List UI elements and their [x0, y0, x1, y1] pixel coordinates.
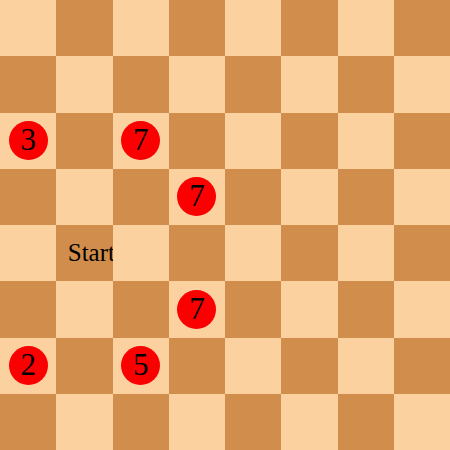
square-f2 — [281, 338, 337, 394]
square-h6 — [394, 113, 450, 169]
square-b3 — [56, 281, 112, 337]
square-f3 — [281, 281, 337, 337]
square-f6 — [281, 113, 337, 169]
square-g3 — [338, 281, 394, 337]
square-d4 — [169, 225, 225, 281]
square-g8 — [338, 0, 394, 56]
square-h1 — [394, 394, 450, 450]
square-a3 — [0, 281, 56, 337]
square-h5 — [394, 169, 450, 225]
square-a1 — [0, 394, 56, 450]
square-g5 — [338, 169, 394, 225]
square-c4 — [113, 225, 169, 281]
square-g1 — [338, 394, 394, 450]
square-b8 — [56, 0, 112, 56]
square-a7 — [0, 56, 56, 112]
disc-marker-7[interactable]: 7 — [177, 290, 216, 329]
square-c5 — [113, 169, 169, 225]
square-b7 — [56, 56, 112, 112]
disc-marker-7[interactable]: 7 — [121, 121, 160, 160]
square-b1 — [56, 394, 112, 450]
square-a2: 2 — [0, 338, 56, 394]
square-e4 — [225, 225, 281, 281]
square-c3 — [113, 281, 169, 337]
start-label: Start — [68, 239, 115, 267]
square-b5 — [56, 169, 112, 225]
square-e8 — [225, 0, 281, 56]
square-b4: Start — [56, 225, 112, 281]
square-e6 — [225, 113, 281, 169]
square-e5 — [225, 169, 281, 225]
square-f4 — [281, 225, 337, 281]
square-e2 — [225, 338, 281, 394]
square-f7 — [281, 56, 337, 112]
square-a6: 3 — [0, 113, 56, 169]
square-b2 — [56, 338, 112, 394]
disc-marker-5[interactable]: 5 — [121, 346, 160, 385]
square-g7 — [338, 56, 394, 112]
square-h3 — [394, 281, 450, 337]
square-d3: 7 — [169, 281, 225, 337]
square-e7 — [225, 56, 281, 112]
square-a8 — [0, 0, 56, 56]
disc-marker-3[interactable]: 3 — [9, 121, 48, 160]
square-e3 — [225, 281, 281, 337]
square-h7 — [394, 56, 450, 112]
square-e1 — [225, 394, 281, 450]
square-c7 — [113, 56, 169, 112]
square-g6 — [338, 113, 394, 169]
square-g4 — [338, 225, 394, 281]
chessboard: 377Start725 — [0, 0, 450, 450]
square-d2 — [169, 338, 225, 394]
square-g2 — [338, 338, 394, 394]
square-b6 — [56, 113, 112, 169]
square-d5: 7 — [169, 169, 225, 225]
square-h2 — [394, 338, 450, 394]
square-d7 — [169, 56, 225, 112]
square-f1 — [281, 394, 337, 450]
square-h8 — [394, 0, 450, 56]
disc-marker-2[interactable]: 2 — [9, 346, 48, 385]
square-c2: 5 — [113, 338, 169, 394]
square-c1 — [113, 394, 169, 450]
square-d6 — [169, 113, 225, 169]
square-c6: 7 — [113, 113, 169, 169]
square-c8 — [113, 0, 169, 56]
square-h4 — [394, 225, 450, 281]
square-d8 — [169, 0, 225, 56]
square-f5 — [281, 169, 337, 225]
square-f8 — [281, 0, 337, 56]
square-a4 — [0, 225, 56, 281]
square-d1 — [169, 394, 225, 450]
disc-marker-7[interactable]: 7 — [177, 177, 216, 216]
square-a5 — [0, 169, 56, 225]
